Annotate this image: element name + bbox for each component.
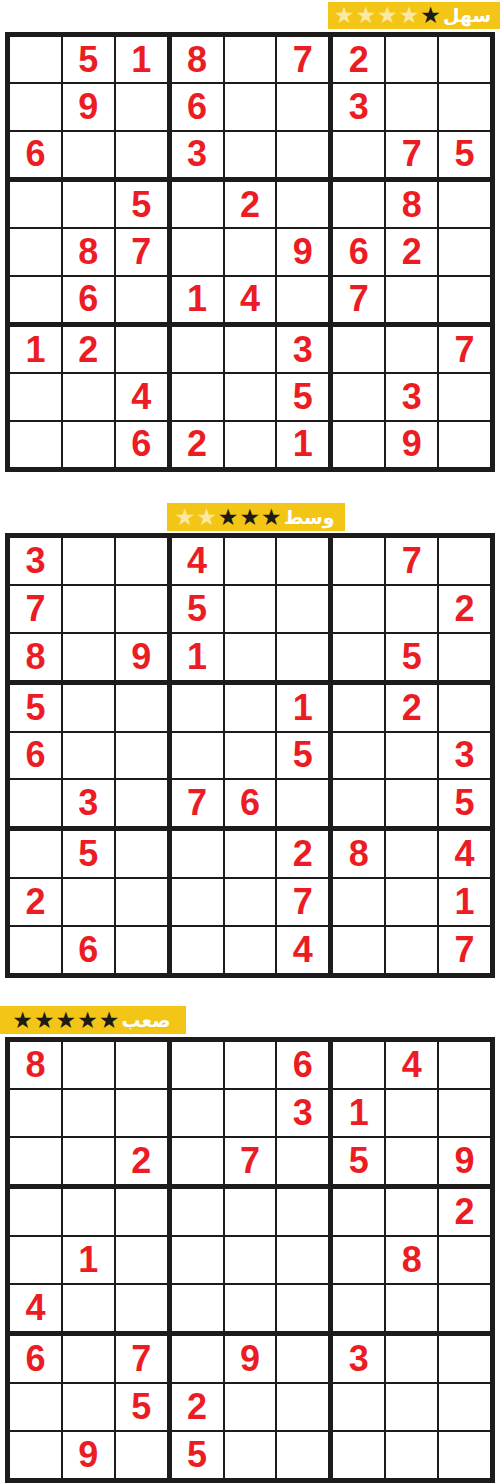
given-digit: 7	[131, 234, 151, 270]
cell-r5c5	[225, 733, 276, 779]
cell-r6c6	[277, 780, 328, 826]
cell-r5c6	[277, 1237, 328, 1283]
box-2: 8763	[172, 37, 329, 177]
cell-r3c2	[63, 1138, 114, 1184]
star-empty-icon: ★	[399, 4, 420, 27]
cell-r8c7	[333, 879, 384, 925]
given-digit: 6	[349, 234, 369, 270]
cell-r3c9: 5	[439, 132, 490, 177]
given-digit: 7	[293, 42, 313, 78]
cell-r5c6: 9	[277, 229, 328, 274]
cell-r3c4	[172, 1138, 223, 1184]
difficulty-banner-medium: ★★★★★ وسط	[167, 503, 345, 531]
star-filled-icon: ★	[56, 1009, 77, 1032]
cell-r3c1	[10, 1138, 61, 1184]
given-digit: 7	[402, 136, 422, 172]
cell-r1c5	[225, 37, 276, 82]
given-digit: 5	[78, 836, 98, 872]
cell-r7c7: 3	[333, 1336, 384, 1382]
cell-r1c1: 3	[10, 538, 61, 584]
given-digit: 6	[78, 281, 98, 317]
cell-r2c1: 7	[10, 586, 61, 632]
cell-r7c9: 4	[439, 831, 490, 877]
given-digit: 5	[187, 1437, 207, 1473]
cell-r8c2	[63, 879, 114, 925]
cell-r4c9	[439, 182, 490, 227]
cell-r4c3: 5	[116, 182, 167, 227]
given-digit: 5	[131, 1389, 151, 1425]
given-digit: 2	[402, 234, 422, 270]
cell-r7c1: 6	[10, 1336, 61, 1382]
box-9: 8417	[333, 831, 490, 973]
box-2: 637	[172, 1042, 329, 1184]
cell-r4c2	[63, 1189, 114, 1235]
cell-r4c5	[225, 685, 276, 731]
cell-r4c4	[172, 182, 223, 227]
given-digit: 9	[240, 1341, 260, 1377]
star-filled-icon: ★	[99, 1009, 120, 1032]
given-digit: 6	[293, 1047, 313, 1083]
given-digit: 2	[455, 591, 475, 627]
cell-r6c2	[63, 1285, 114, 1331]
cell-r2c4: 5	[172, 586, 223, 632]
difficulty-stars-easy: ★★★★★	[334, 4, 441, 27]
cell-r9c3	[116, 927, 167, 973]
star-empty-icon: ★	[175, 506, 196, 529]
cell-r8c2	[63, 374, 114, 419]
given-digit: 2	[455, 1194, 475, 1230]
cell-r1c4: 4	[172, 538, 223, 584]
given-digit: 7	[349, 281, 369, 317]
cell-r3c6	[277, 132, 328, 177]
given-digit: 9	[293, 234, 313, 270]
cell-r1c1: 8	[10, 1042, 61, 1088]
cell-r8c5	[225, 1384, 276, 1430]
cell-r8c6: 7	[277, 879, 328, 925]
cell-r4c4	[172, 1189, 223, 1235]
given-digit: 2	[293, 836, 313, 872]
newspaper-sudoku-page: ★★★★★ سهل 519687632375587629148627124635…	[0, 0, 500, 1483]
given-digit: 7	[293, 884, 313, 920]
cell-r1c8: 7	[386, 538, 437, 584]
given-digit: 2	[25, 884, 45, 920]
cell-r9c1	[10, 927, 61, 973]
cell-r7c6: 3	[277, 327, 328, 372]
cell-r2c2	[63, 1090, 114, 1136]
cell-r3c7	[333, 634, 384, 680]
cell-r2c4: 6	[172, 84, 223, 129]
cell-r4c6: 1	[277, 685, 328, 731]
cell-r9c4: 5	[172, 1432, 223, 1478]
given-digit: 2	[131, 1143, 151, 1179]
box-8: 3521	[172, 327, 329, 467]
given-digit: 2	[349, 42, 369, 78]
cell-r3c8: 7	[386, 132, 437, 177]
cell-r6c9: 5	[439, 780, 490, 826]
cell-r2c7	[333, 586, 384, 632]
given-digit: 3	[402, 379, 422, 415]
cell-r3c3: 9	[116, 634, 167, 680]
cell-r1c5	[225, 538, 276, 584]
cell-r1c5	[225, 1042, 276, 1088]
cell-r5c1	[10, 229, 61, 274]
given-digit: 4	[293, 932, 313, 968]
cell-r3c8	[386, 1138, 437, 1184]
given-digit: 9	[455, 1143, 475, 1179]
cell-r3c1: 6	[10, 132, 61, 177]
cell-r2c5	[225, 84, 276, 129]
cell-r4c7	[333, 685, 384, 731]
cell-r9c9	[439, 1432, 490, 1478]
cell-r5c5	[225, 229, 276, 274]
cell-r2c2: 9	[63, 84, 114, 129]
given-digit: 7	[240, 1143, 260, 1179]
star-filled-icon: ★	[261, 506, 282, 529]
cell-r1c7	[333, 1042, 384, 1088]
cell-r3c1: 8	[10, 634, 61, 680]
cell-r9c6: 1	[277, 422, 328, 467]
sudoku-board-hard: 826374159142867599253	[5, 1037, 495, 1483]
cell-r9c8	[386, 1432, 437, 1478]
cell-r2c7: 1	[333, 1090, 384, 1136]
star-filled-icon: ★	[77, 1009, 98, 1032]
cell-r4c5: 2	[225, 182, 276, 227]
given-digit: 1	[293, 426, 313, 462]
cell-r6c7: 7	[333, 277, 384, 322]
cell-r4c9	[439, 685, 490, 731]
cell-r4c6	[277, 1189, 328, 1235]
cell-r3c4: 3	[172, 132, 223, 177]
cell-r1c7: 2	[333, 37, 384, 82]
given-digit: 5	[293, 379, 313, 415]
cell-r8c2	[63, 1384, 114, 1430]
cell-r8c4	[172, 374, 223, 419]
box-3: 725	[333, 538, 490, 680]
cell-r2c9	[439, 84, 490, 129]
cell-r9c2: 6	[63, 927, 114, 973]
given-digit: 4	[240, 281, 260, 317]
given-digit: 8	[187, 42, 207, 78]
given-digit: 4	[455, 836, 475, 872]
cell-r5c8: 8	[386, 1237, 437, 1283]
cell-r2c8	[386, 586, 437, 632]
cell-r8c3: 4	[116, 374, 167, 419]
cell-r5c8: 2	[386, 229, 437, 274]
cell-r9c8	[386, 927, 437, 973]
cell-r5c7	[333, 733, 384, 779]
given-digit: 4	[131, 379, 151, 415]
cell-r7c4	[172, 831, 223, 877]
box-4: 563	[10, 685, 167, 827]
box-9: 739	[333, 327, 490, 467]
star-filled-icon: ★	[218, 506, 239, 529]
cell-r7c7	[333, 327, 384, 372]
cell-r7c5: 9	[225, 1336, 276, 1382]
cell-r4c8	[386, 1189, 437, 1235]
cell-r1c7	[333, 538, 384, 584]
sudoku-board-medium: 378945172556315762355262748417	[5, 533, 495, 978]
cell-r5c3	[116, 733, 167, 779]
cell-r6c9	[439, 277, 490, 322]
cell-r4c5	[225, 1189, 276, 1235]
cell-r4c7	[333, 182, 384, 227]
given-digit: 1	[187, 281, 207, 317]
cell-r9c3	[116, 1432, 167, 1478]
cell-r5c5	[225, 1237, 276, 1283]
given-digit: 2	[187, 426, 207, 462]
cell-r8c1: 2	[10, 879, 61, 925]
cell-r3c6	[277, 634, 328, 680]
box-8: 925	[172, 1336, 329, 1478]
given-digit: 6	[25, 136, 45, 172]
cell-r5c6: 5	[277, 733, 328, 779]
given-digit: 6	[187, 89, 207, 125]
given-digit: 1	[349, 1095, 369, 1131]
box-2: 451	[172, 538, 329, 680]
cell-r4c4	[172, 685, 223, 731]
cell-r3c9: 9	[439, 1138, 490, 1184]
cell-r7c4	[172, 327, 223, 372]
given-digit: 5	[455, 785, 475, 821]
cell-r9c8: 9	[386, 422, 437, 467]
cell-r3c3	[116, 132, 167, 177]
cell-r6c1	[10, 780, 61, 826]
given-digit: 5	[349, 1143, 369, 1179]
cell-r9c2: 9	[63, 1432, 114, 1478]
cell-r6c8	[386, 1285, 437, 1331]
cell-r4c9: 2	[439, 1189, 490, 1235]
cell-r7c3	[116, 327, 167, 372]
cell-r6c1: 4	[10, 1285, 61, 1331]
cell-r5c2	[63, 733, 114, 779]
cell-r7c4	[172, 1336, 223, 1382]
given-digit: 6	[131, 426, 151, 462]
star-empty-icon: ★	[355, 4, 376, 27]
cell-r9c3: 6	[116, 422, 167, 467]
cell-r3c2	[63, 132, 114, 177]
cell-r6c8	[386, 277, 437, 322]
cell-r7c6: 2	[277, 831, 328, 877]
box-5: 1576	[172, 685, 329, 827]
cell-r9c7	[333, 422, 384, 467]
cell-r9c9	[439, 422, 490, 467]
cell-r4c3	[116, 685, 167, 731]
cell-r8c3	[116, 879, 167, 925]
box-9: 3	[333, 1336, 490, 1478]
cell-r5c4	[172, 229, 223, 274]
cell-r6c8	[386, 780, 437, 826]
difficulty-label-easy: سهل	[443, 6, 491, 25]
cell-r6c7	[333, 780, 384, 826]
sudoku-board-easy: 51968763237558762914862712463521739	[5, 32, 495, 472]
given-digit: 3	[293, 332, 313, 368]
box-8: 274	[172, 831, 329, 973]
cell-r9c5	[225, 927, 276, 973]
given-digit: 1	[131, 42, 151, 78]
given-digit: 5	[293, 737, 313, 773]
cell-r9c5	[225, 1432, 276, 1478]
given-digit: 9	[78, 89, 98, 125]
cell-r1c8: 4	[386, 1042, 437, 1088]
cell-r9c1	[10, 422, 61, 467]
given-digit: 5	[78, 42, 98, 78]
cell-r6c5: 6	[225, 780, 276, 826]
given-digit: 1	[25, 332, 45, 368]
cell-r2c3	[116, 1090, 167, 1136]
given-digit: 1	[293, 690, 313, 726]
given-digit: 3	[349, 1341, 369, 1377]
cell-r8c4	[172, 879, 223, 925]
given-digit: 6	[78, 932, 98, 968]
cell-r5c9	[439, 229, 490, 274]
cell-r7c3	[116, 831, 167, 877]
cell-r9c4	[172, 927, 223, 973]
cell-r1c4	[172, 1042, 223, 1088]
cell-r5c4	[172, 733, 223, 779]
star-empty-icon: ★	[196, 506, 217, 529]
cell-r6c3	[116, 780, 167, 826]
cell-r7c1	[10, 831, 61, 877]
cell-r2c6	[277, 586, 328, 632]
given-digit: 3	[78, 785, 98, 821]
cell-r2c3	[116, 84, 167, 129]
cell-r2c7: 3	[333, 84, 384, 129]
cell-r8c9	[439, 374, 490, 419]
cell-r1c3	[116, 538, 167, 584]
cell-r6c4: 1	[172, 277, 223, 322]
star-filled-icon: ★	[34, 1009, 55, 1032]
cell-r6c5: 4	[225, 277, 276, 322]
cell-r7c3: 7	[116, 1336, 167, 1382]
cell-r6c6	[277, 277, 328, 322]
cell-r2c6: 3	[277, 1090, 328, 1136]
cell-r7c2: 5	[63, 831, 114, 877]
given-digit: 5	[402, 639, 422, 675]
cell-r2c9	[439, 1090, 490, 1136]
cell-r5c9: 3	[439, 733, 490, 779]
cell-r3c4: 1	[172, 634, 223, 680]
given-digit: 5	[455, 136, 475, 172]
given-digit: 8	[25, 1047, 45, 1083]
cell-r7c8	[386, 831, 437, 877]
cell-r1c2	[63, 1042, 114, 1088]
cell-r4c8: 8	[386, 182, 437, 227]
given-digit: 7	[455, 332, 475, 368]
cell-r5c2: 1	[63, 1237, 114, 1283]
given-digit: 2	[187, 1389, 207, 1425]
cell-r9c7	[333, 1432, 384, 1478]
cell-r9c5	[225, 422, 276, 467]
given-digit: 4	[187, 543, 207, 579]
given-digit: 8	[402, 1242, 422, 1278]
cell-r9c6: 4	[277, 927, 328, 973]
cell-r5c4	[172, 1237, 223, 1283]
cell-r4c7	[333, 1189, 384, 1235]
cell-r1c6: 7	[277, 37, 328, 82]
cell-r3c5	[225, 132, 276, 177]
cell-r8c3: 5	[116, 1384, 167, 1430]
cell-r2c6	[277, 84, 328, 129]
given-digit: 3	[293, 1095, 313, 1131]
cell-r8c6: 5	[277, 374, 328, 419]
cell-r2c3	[116, 586, 167, 632]
cell-r2c1	[10, 1090, 61, 1136]
cell-r6c4	[172, 1285, 223, 1331]
box-5	[172, 1189, 329, 1331]
cell-r7c9: 7	[439, 327, 490, 372]
cell-r4c8: 2	[386, 685, 437, 731]
cell-r4c1	[10, 1189, 61, 1235]
given-digit: 5	[25, 690, 45, 726]
cell-r2c2	[63, 586, 114, 632]
cell-r7c5	[225, 327, 276, 372]
difficulty-stars-medium: ★★★★★	[175, 506, 282, 529]
given-digit: 1	[78, 1242, 98, 1278]
box-6: 235	[333, 685, 490, 827]
cell-r4c2	[63, 685, 114, 731]
given-digit: 5	[131, 187, 151, 223]
given-digit: 8	[402, 187, 422, 223]
cell-r8c8	[386, 1384, 437, 1430]
cell-r2c9: 2	[439, 586, 490, 632]
cell-r2c4	[172, 1090, 223, 1136]
cell-r3c9	[439, 634, 490, 680]
given-digit: 7	[455, 932, 475, 968]
star-filled-icon: ★	[420, 4, 441, 27]
cell-r6c2: 3	[63, 780, 114, 826]
cell-r5c7: 6	[333, 229, 384, 274]
cell-r8c9: 1	[439, 879, 490, 925]
box-7: 6759	[10, 1336, 167, 1478]
cell-r3c7: 5	[333, 1138, 384, 1184]
cell-r1c9	[439, 37, 490, 82]
star-empty-icon: ★	[334, 4, 355, 27]
cell-r6c6	[277, 1285, 328, 1331]
cell-r8c1	[10, 1384, 61, 1430]
given-digit: 2	[78, 332, 98, 368]
cell-r5c1: 6	[10, 733, 61, 779]
given-digit: 3	[349, 89, 369, 125]
box-4: 5876	[10, 182, 167, 322]
difficulty-label-hard: صعب	[121, 1011, 170, 1030]
cell-r1c9	[439, 538, 490, 584]
given-digit: 8	[349, 836, 369, 872]
cell-r1c8	[386, 37, 437, 82]
cell-r6c9	[439, 1285, 490, 1331]
cell-r3c6	[277, 1138, 328, 1184]
cell-r1c1	[10, 37, 61, 82]
cell-r1c6: 6	[277, 1042, 328, 1088]
cell-r5c2: 8	[63, 229, 114, 274]
cell-r9c9: 7	[439, 927, 490, 973]
cell-r1c6	[277, 538, 328, 584]
box-5: 2914	[172, 182, 329, 322]
difficulty-stars-hard: ★★★★★	[12, 1009, 119, 1032]
cell-r5c9	[439, 1237, 490, 1283]
cell-r7c2	[63, 1336, 114, 1382]
cell-r9c4: 2	[172, 422, 223, 467]
given-digit: 7	[187, 785, 207, 821]
cell-r6c1	[10, 277, 61, 322]
given-digit: 4	[402, 1047, 422, 1083]
cell-r8c5	[225, 879, 276, 925]
given-digit: 3	[187, 136, 207, 172]
cell-r9c2	[63, 422, 114, 467]
star-filled-icon: ★	[12, 1009, 33, 1032]
cell-r7c2: 2	[63, 327, 114, 372]
cell-r8c8	[386, 879, 437, 925]
given-digit: 8	[25, 639, 45, 675]
